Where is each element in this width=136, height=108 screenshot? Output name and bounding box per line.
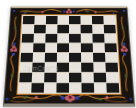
chessboard-frame xyxy=(16,14,121,95)
square[interactable] xyxy=(82,83,94,93)
square[interactable] xyxy=(81,34,93,43)
square[interactable] xyxy=(20,63,32,72)
square[interactable] xyxy=(69,53,81,62)
square[interactable] xyxy=(32,72,44,82)
square[interactable] xyxy=(23,16,35,24)
square[interactable] xyxy=(57,43,69,52)
square[interactable] xyxy=(45,43,57,52)
square[interactable] xyxy=(69,72,81,82)
square[interactable] xyxy=(81,43,93,52)
square[interactable] xyxy=(45,34,57,43)
square[interactable] xyxy=(21,43,33,52)
square[interactable] xyxy=(69,83,81,93)
square[interactable] xyxy=(69,34,80,43)
square[interactable] xyxy=(57,34,68,43)
square[interactable] xyxy=(45,63,57,72)
square[interactable] xyxy=(69,63,81,72)
square[interactable] xyxy=(44,83,56,93)
square[interactable] xyxy=(45,53,57,62)
chess-table-top: JgmCrafts xyxy=(3,6,135,106)
square[interactable] xyxy=(31,83,43,93)
square[interactable] xyxy=(22,25,34,34)
square[interactable] xyxy=(69,25,80,34)
square[interactable] xyxy=(94,72,106,82)
square[interactable] xyxy=(34,25,46,34)
square[interactable] xyxy=(33,53,45,62)
square[interactable] xyxy=(94,83,106,93)
square[interactable] xyxy=(82,72,94,82)
square[interactable] xyxy=(81,63,93,72)
square[interactable] xyxy=(69,43,81,52)
square[interactable] xyxy=(93,34,105,43)
square[interactable] xyxy=(20,53,32,62)
square[interactable] xyxy=(57,72,69,82)
square[interactable] xyxy=(105,34,117,43)
square[interactable] xyxy=(106,72,118,82)
square[interactable] xyxy=(81,25,92,34)
square[interactable] xyxy=(57,63,69,72)
square[interactable] xyxy=(93,25,105,34)
square[interactable] xyxy=(106,63,118,72)
square[interactable] xyxy=(107,83,120,93)
square[interactable] xyxy=(44,72,56,82)
product-photo-scene: JgmCrafts xyxy=(0,0,136,108)
square[interactable] xyxy=(33,43,45,52)
square[interactable] xyxy=(22,34,34,43)
square[interactable] xyxy=(93,53,105,62)
square[interactable] xyxy=(34,34,46,43)
square[interactable] xyxy=(34,16,45,24)
square[interactable] xyxy=(19,83,32,93)
square[interactable] xyxy=(19,72,31,82)
square[interactable] xyxy=(57,25,68,34)
square[interactable] xyxy=(93,43,105,52)
square[interactable] xyxy=(94,63,106,72)
square[interactable] xyxy=(104,25,116,34)
square[interactable] xyxy=(105,43,117,52)
square[interactable] xyxy=(69,16,80,24)
square[interactable] xyxy=(105,53,117,62)
square[interactable] xyxy=(32,63,44,72)
square[interactable] xyxy=(57,83,69,93)
flower-top xyxy=(63,9,75,14)
square[interactable] xyxy=(81,16,92,24)
square[interactable] xyxy=(81,53,93,62)
square[interactable] xyxy=(57,53,69,62)
square[interactable] xyxy=(58,16,69,24)
square[interactable] xyxy=(104,16,116,24)
square[interactable] xyxy=(92,16,103,24)
chessboard xyxy=(19,16,120,93)
square[interactable] xyxy=(46,16,57,24)
square[interactable] xyxy=(46,25,57,34)
flower-left xyxy=(10,43,18,56)
